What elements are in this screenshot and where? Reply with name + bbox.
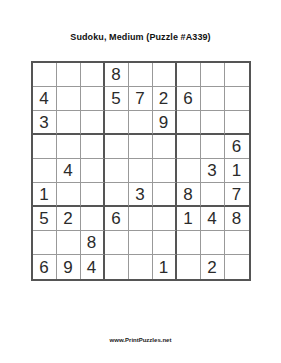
sudoku-cell-r1c8[interactable] xyxy=(201,63,225,87)
sudoku-cell-r5c4[interactable] xyxy=(105,159,129,183)
sudoku-cell-r1c6[interactable] xyxy=(153,63,177,87)
sudoku-cell-r4c9: 6 xyxy=(225,135,249,159)
sudoku-cell-r5c6[interactable] xyxy=(153,159,177,183)
sudoku-cell-r8c9[interactable] xyxy=(225,231,249,255)
sudoku-cell-r7c9: 8 xyxy=(225,207,249,231)
sudoku-cell-r6c9: 7 xyxy=(225,183,249,207)
sudoku-cell-r4c3[interactable] xyxy=(81,135,105,159)
sudoku-cell-r3c9[interactable] xyxy=(225,111,249,135)
sudoku-cell-r3c5[interactable] xyxy=(129,111,153,135)
sudoku-cell-r4c4[interactable] xyxy=(105,135,129,159)
sudoku-cell-r2c3[interactable] xyxy=(81,87,105,111)
sudoku-cell-r1c1[interactable] xyxy=(33,63,57,87)
puzzle-title: Sudoku, Medium (Puzzle #A339) xyxy=(0,0,281,42)
sudoku-cell-r8c6[interactable] xyxy=(153,231,177,255)
sudoku-cell-r5c2: 4 xyxy=(57,159,81,183)
sudoku-cell-r6c3[interactable] xyxy=(81,183,105,207)
sudoku-cell-r7c2: 2 xyxy=(57,207,81,231)
sudoku-cell-r7c3[interactable] xyxy=(81,207,105,231)
sudoku-cell-r6c8[interactable] xyxy=(201,183,225,207)
sudoku-cell-r7c1: 5 xyxy=(33,207,57,231)
sudoku-cell-r6c5: 3 xyxy=(129,183,153,207)
sudoku-cell-r5c9: 1 xyxy=(225,159,249,183)
sudoku-cell-r6c2[interactable] xyxy=(57,183,81,207)
sudoku-cell-r3c3[interactable] xyxy=(81,111,105,135)
sudoku-cell-r4c8[interactable] xyxy=(201,135,225,159)
sudoku-cell-r9c8: 2 xyxy=(201,255,225,279)
sudoku-cell-r8c2[interactable] xyxy=(57,231,81,255)
sudoku-cell-r5c8: 3 xyxy=(201,159,225,183)
sudoku-cell-r5c1[interactable] xyxy=(33,159,57,183)
sudoku-cell-r3c1: 3 xyxy=(33,111,57,135)
sudoku-cell-r2c2[interactable] xyxy=(57,87,81,111)
sudoku-cell-r2c7: 6 xyxy=(177,87,201,111)
sudoku-cell-r4c1[interactable] xyxy=(33,135,57,159)
sudoku-cell-r9c1: 6 xyxy=(33,255,57,279)
sudoku-cell-r5c7[interactable] xyxy=(177,159,201,183)
sudoku-cell-r4c2[interactable] xyxy=(57,135,81,159)
sudoku-cell-r8c7[interactable] xyxy=(177,231,201,255)
sudoku-cell-r7c4: 6 xyxy=(105,207,129,231)
sudoku-cell-r3c6: 9 xyxy=(153,111,177,135)
sudoku-cell-r1c9[interactable] xyxy=(225,63,249,87)
footer-url: www.PrintPuzzles.net xyxy=(0,337,281,343)
sudoku-cell-r4c5[interactable] xyxy=(129,135,153,159)
sudoku-cell-r2c1: 4 xyxy=(33,87,57,111)
sudoku-cell-r2c5: 7 xyxy=(129,87,153,111)
sudoku-cell-r2c9[interactable] xyxy=(225,87,249,111)
sudoku-cell-r1c5[interactable] xyxy=(129,63,153,87)
sudoku-page: Sudoku, Medium (Puzzle #A339) 8457263964… xyxy=(0,0,281,363)
sudoku-cell-r9c2: 9 xyxy=(57,255,81,279)
sudoku-cell-r5c5[interactable] xyxy=(129,159,153,183)
sudoku-cell-r3c8[interactable] xyxy=(201,111,225,135)
sudoku-cell-r1c3[interactable] xyxy=(81,63,105,87)
sudoku-cell-r1c7[interactable] xyxy=(177,63,201,87)
sudoku-cell-r8c8[interactable] xyxy=(201,231,225,255)
sudoku-cell-r6c7: 8 xyxy=(177,183,201,207)
sudoku-cell-r9c7[interactable] xyxy=(177,255,201,279)
sudoku-cell-r9c4[interactable] xyxy=(105,255,129,279)
sudoku-cell-r2c4: 5 xyxy=(105,87,129,111)
sudoku-cell-r1c2[interactable] xyxy=(57,63,81,87)
sudoku-cell-r9c5[interactable] xyxy=(129,255,153,279)
sudoku-cell-r9c3: 4 xyxy=(81,255,105,279)
sudoku-cell-r9c9[interactable] xyxy=(225,255,249,279)
sudoku-cell-r6c6[interactable] xyxy=(153,183,177,207)
sudoku-cell-r1c4: 8 xyxy=(105,63,129,87)
sudoku-board: 8457263964311387526148869412 xyxy=(31,61,251,281)
sudoku-cell-r7c8: 4 xyxy=(201,207,225,231)
sudoku-cell-r6c4[interactable] xyxy=(105,183,129,207)
sudoku-cell-r7c5[interactable] xyxy=(129,207,153,231)
sudoku-cell-r3c2[interactable] xyxy=(57,111,81,135)
sudoku-cell-r7c7: 1 xyxy=(177,207,201,231)
sudoku-cell-r2c6: 2 xyxy=(153,87,177,111)
sudoku-cell-r9c6: 1 xyxy=(153,255,177,279)
sudoku-cell-r5c3[interactable] xyxy=(81,159,105,183)
sudoku-cell-r8c3: 8 xyxy=(81,231,105,255)
sudoku-cell-r2c8[interactable] xyxy=(201,87,225,111)
sudoku-cell-r3c7[interactable] xyxy=(177,111,201,135)
sudoku-cell-r6c1: 1 xyxy=(33,183,57,207)
sudoku-cell-r3c4[interactable] xyxy=(105,111,129,135)
sudoku-cell-r4c7[interactable] xyxy=(177,135,201,159)
sudoku-cell-r8c4[interactable] xyxy=(105,231,129,255)
sudoku-cell-r8c5[interactable] xyxy=(129,231,153,255)
sudoku-cell-r4c6[interactable] xyxy=(153,135,177,159)
sudoku-cell-r8c1[interactable] xyxy=(33,231,57,255)
sudoku-cell-r7c6[interactable] xyxy=(153,207,177,231)
